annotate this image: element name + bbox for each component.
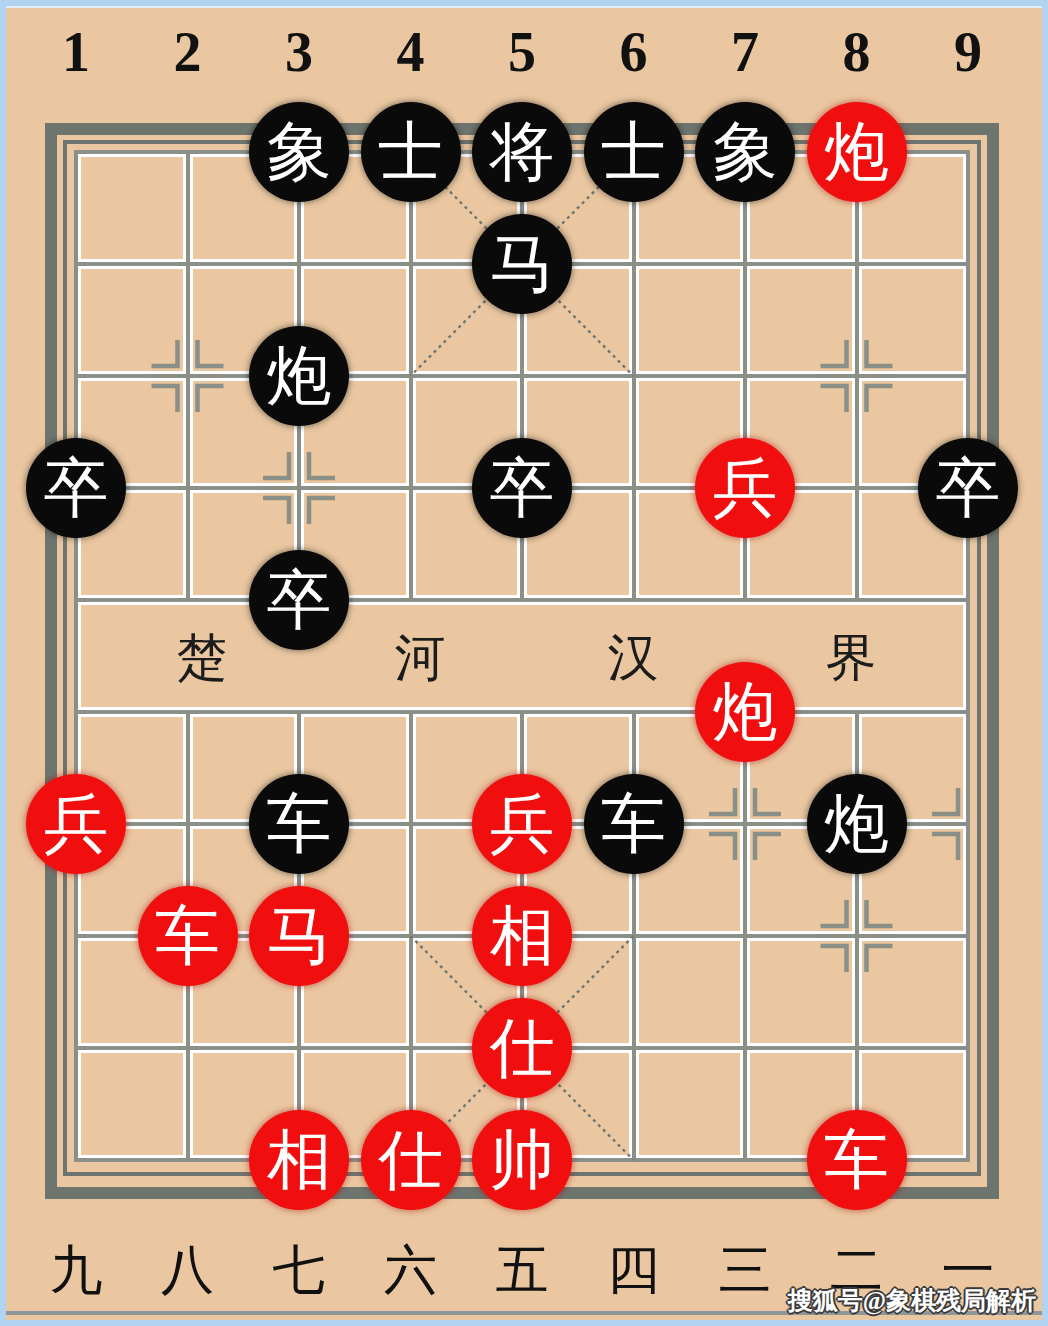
- piece-black[interactable]: 卒: [918, 438, 1018, 538]
- piece-black[interactable]: 象: [695, 102, 795, 202]
- piece-black[interactable]: 将: [472, 102, 572, 202]
- piece-black[interactable]: 马: [472, 214, 572, 314]
- file-label-bottom: 七: [249, 1238, 349, 1302]
- file-label-top: 7: [700, 22, 790, 82]
- window-top-highlight: [6, 6, 1042, 8]
- piece-black[interactable]: 炮: [249, 326, 349, 426]
- piece-red[interactable]: 车: [138, 886, 238, 986]
- board-cell: [636, 266, 744, 374]
- board-cell: [859, 938, 967, 1046]
- file-label-top: 8: [812, 22, 902, 82]
- piece-black[interactable]: 士: [361, 102, 461, 202]
- piece-black[interactable]: 车: [249, 774, 349, 874]
- piece-black[interactable]: 卒: [249, 550, 349, 650]
- file-label-bottom: 九: [26, 1238, 126, 1302]
- river-label: 界: [811, 629, 891, 687]
- piece-red[interactable]: 仕: [361, 1110, 461, 1210]
- river-label: 楚: [162, 629, 242, 687]
- piece-red[interactable]: 仕: [472, 998, 572, 1098]
- file-label-bottom: 五: [472, 1238, 572, 1302]
- piece-red[interactable]: 兵: [695, 438, 795, 538]
- piece-black[interactable]: 炮: [807, 774, 907, 874]
- piece-red[interactable]: 炮: [695, 662, 795, 762]
- file-label-top: 4: [366, 22, 456, 82]
- river-label: 河: [380, 629, 460, 687]
- file-label-bottom: 六: [361, 1238, 461, 1302]
- board-cell: [636, 1050, 744, 1158]
- file-label-top: 2: [143, 22, 233, 82]
- file-label-top: 9: [923, 22, 1013, 82]
- watermark: 搜狐号@象棋残局解析: [788, 1286, 1036, 1316]
- piece-red[interactable]: 相: [472, 886, 572, 986]
- board-cell: [636, 938, 744, 1046]
- board-cell: [747, 266, 855, 374]
- file-label-bottom: 八: [138, 1238, 238, 1302]
- piece-black[interactable]: 象: [249, 102, 349, 202]
- file-label-bottom: 四: [584, 1238, 684, 1302]
- piece-red[interactable]: 相: [249, 1110, 349, 1210]
- piece-red[interactable]: 兵: [472, 774, 572, 874]
- board-cell: [859, 266, 967, 374]
- board-cell: [78, 266, 186, 374]
- file-label-top: 5: [477, 22, 567, 82]
- river-label: 汉: [593, 629, 673, 687]
- piece-black[interactable]: 卒: [472, 438, 572, 538]
- piece-black[interactable]: 车: [584, 774, 684, 874]
- piece-red[interactable]: 车: [807, 1110, 907, 1210]
- board-cell: [78, 154, 186, 262]
- piece-black[interactable]: 卒: [26, 438, 126, 538]
- board-cell: [78, 1050, 186, 1158]
- piece-black[interactable]: 士: [584, 102, 684, 202]
- file-label-top: 3: [254, 22, 344, 82]
- piece-red[interactable]: 炮: [807, 102, 907, 202]
- piece-red[interactable]: 马: [249, 886, 349, 986]
- piece-red[interactable]: 兵: [26, 774, 126, 874]
- file-label-top: 1: [31, 22, 121, 82]
- piece-red[interactable]: 帅: [472, 1110, 572, 1210]
- file-label-top: 6: [589, 22, 679, 82]
- xiangqi-board-screen: 楚河汉界 123456789 九八七六五四三二一 象士将士象炮马炮卒卒兵卒卒炮兵…: [0, 0, 1048, 1326]
- file-label-bottom: 三: [695, 1238, 795, 1302]
- board-cell: [747, 938, 855, 1046]
